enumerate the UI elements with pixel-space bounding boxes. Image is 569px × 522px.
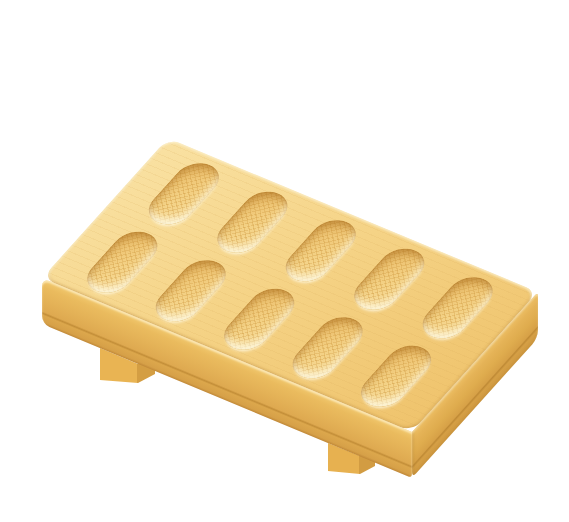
- pit-r1-c1[interactable]: [140, 157, 229, 230]
- pit-r1-c2[interactable]: [208, 186, 297, 259]
- pit-r1-c4[interactable]: [345, 243, 434, 316]
- pit-r2-c3[interactable]: [215, 283, 304, 356]
- pit-r1-c5[interactable]: [413, 271, 502, 344]
- pit-r2-c5[interactable]: [352, 340, 441, 413]
- pit-r1-c3[interactable]: [276, 214, 365, 287]
- product-photo: [0, 0, 569, 522]
- pit-r2-c1[interactable]: [78, 226, 167, 299]
- pit-r2-c4[interactable]: [283, 311, 372, 384]
- pit-r2-c2[interactable]: [146, 254, 235, 327]
